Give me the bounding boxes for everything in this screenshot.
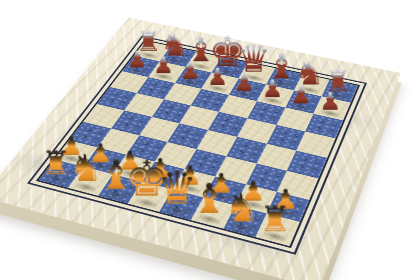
piece-white-rook: ♜ xyxy=(42,147,72,180)
piece-white-bishop: ♝ xyxy=(191,178,228,219)
piece-black-pawn: ♟ xyxy=(262,77,284,101)
piece-black-pawn: ♟ xyxy=(290,83,312,107)
piece-black-pawn: ♟ xyxy=(153,53,174,76)
piece-white-rook: ♜ xyxy=(259,201,291,236)
piece-white-knight: ♞ xyxy=(224,189,259,228)
photo-stage: ♜♞♝♚♛♝♞♜♟♟♟♟♟♟♟♟♟♟♟♟♟♟♟♟♜♞♝♚♛♝♞♜ xyxy=(0,0,416,280)
piece-black-pawn: ♟ xyxy=(127,48,148,71)
board-field: ♜♞♝♚♛♝♞♜♟♟♟♟♟♟♟♟♟♟♟♟♟♟♟♟♜♞♝♚♛♝♞♜ xyxy=(36,40,360,248)
square-e4 xyxy=(197,130,237,156)
piece-black-pawn: ♟ xyxy=(180,59,201,82)
board-scene: ♜♞♝♚♛♝♞♜♟♟♟♟♟♟♟♟♟♟♟♟♟♟♟♟♜♞♝♚♛♝♞♜ xyxy=(0,0,416,280)
piece-black-pawn: ♟ xyxy=(319,89,341,113)
piece-black-pawn: ♟ xyxy=(234,71,255,95)
chess-board: ♜♞♝♚♛♝♞♜♟♟♟♟♟♟♟♟♟♟♟♟♟♟♟♟♜♞♝♚♛♝♞♜ xyxy=(0,17,401,280)
piece-black-pawn: ♟ xyxy=(207,65,228,89)
